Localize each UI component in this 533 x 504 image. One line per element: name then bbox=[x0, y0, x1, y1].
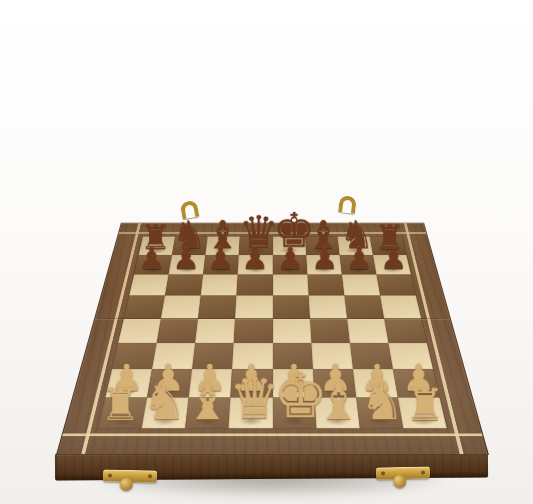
white-knight[interactable]: ♞ bbox=[142, 377, 185, 427]
square-g5[interactable] bbox=[344, 296, 384, 319]
square-d5[interactable] bbox=[235, 296, 272, 319]
white-bishop[interactable]: ♝ bbox=[316, 377, 359, 427]
black-pawn[interactable]: ♟ bbox=[273, 243, 308, 274]
square-a6[interactable] bbox=[129, 275, 169, 296]
square-g6[interactable] bbox=[342, 275, 380, 296]
black-pawn[interactable]: ♟ bbox=[203, 243, 238, 274]
square-b6[interactable] bbox=[165, 275, 203, 296]
black-pawn[interactable]: ♟ bbox=[169, 243, 204, 274]
square-b5[interactable] bbox=[161, 296, 201, 319]
black-pawn[interactable]: ♟ bbox=[376, 243, 411, 274]
black-pawn[interactable]: ♟ bbox=[342, 243, 377, 274]
square-d4[interactable] bbox=[234, 318, 273, 342]
square-f6[interactable] bbox=[307, 275, 344, 296]
board-frame: ♜♞♝♛♚♝♞♜♟♟♟♟♟♟♟♟♟♟♟♟♟♟♟♟♜♞♝♛♚♝♞♜ bbox=[56, 223, 489, 455]
brass-latch-left-icon bbox=[103, 470, 157, 483]
square-b4[interactable] bbox=[157, 318, 198, 342]
black-pawn[interactable]: ♟ bbox=[134, 243, 169, 274]
inlay-stripe-bottom bbox=[62, 433, 483, 436]
square-e4[interactable] bbox=[273, 318, 312, 342]
brass-latch-hook-right-icon bbox=[338, 195, 357, 214]
square-g7[interactable]: ♟ bbox=[339, 255, 376, 275]
square-d7[interactable]: ♟ bbox=[238, 255, 273, 275]
board-squares: ♜♞♝♛♚♝♞♜♟♟♟♟♟♟♟♟♟♟♟♟♟♟♟♟♜♞♝♛♚♝♞♜ bbox=[97, 236, 448, 429]
square-b7[interactable]: ♟ bbox=[169, 255, 206, 275]
fold-seam bbox=[95, 318, 450, 319]
square-f1[interactable]: ♝ bbox=[314, 397, 359, 428]
square-c6[interactable] bbox=[201, 275, 238, 296]
square-f7[interactable]: ♟ bbox=[306, 255, 342, 275]
black-pawn[interactable]: ♟ bbox=[238, 243, 273, 274]
square-h7[interactable]: ♟ bbox=[373, 255, 411, 275]
square-e5[interactable] bbox=[273, 296, 310, 319]
white-rook[interactable]: ♜ bbox=[403, 383, 446, 427]
square-f4[interactable] bbox=[310, 318, 350, 342]
white-bishop[interactable]: ♝ bbox=[186, 377, 229, 427]
square-g1[interactable]: ♞ bbox=[356, 397, 403, 428]
square-a7[interactable]: ♟ bbox=[134, 255, 172, 275]
brass-latch-right-icon bbox=[376, 466, 430, 479]
square-a1[interactable]: ♜ bbox=[98, 397, 147, 428]
photo-scene: ♜♞♝♛♚♝♞♜♟♟♟♟♟♟♟♟♟♟♟♟♟♟♟♟♜♞♝♛♚♝♞♜ bbox=[0, 0, 533, 504]
square-d6[interactable] bbox=[237, 275, 273, 296]
white-king[interactable]: ♚ bbox=[273, 365, 316, 427]
chess-board: ♜♞♝♛♚♝♞♜♟♟♟♟♟♟♟♟♟♟♟♟♟♟♟♟♜♞♝♛♚♝♞♜ bbox=[56, 223, 489, 455]
square-a5[interactable] bbox=[124, 296, 165, 319]
square-h4[interactable] bbox=[384, 318, 427, 342]
square-e6[interactable] bbox=[273, 275, 309, 296]
square-c4[interactable] bbox=[195, 318, 235, 342]
black-pawn[interactable]: ♟ bbox=[307, 243, 342, 274]
white-rook[interactable]: ♜ bbox=[99, 383, 142, 427]
white-queen[interactable]: ♛ bbox=[229, 369, 272, 427]
square-e1[interactable]: ♚ bbox=[273, 397, 317, 428]
square-d1[interactable]: ♛ bbox=[229, 397, 273, 428]
square-h1[interactable]: ♜ bbox=[398, 397, 447, 428]
square-h5[interactable] bbox=[380, 296, 421, 319]
square-a4[interactable] bbox=[118, 318, 161, 342]
square-b1[interactable]: ♞ bbox=[142, 397, 189, 428]
white-knight[interactable]: ♞ bbox=[359, 377, 402, 427]
square-c1[interactable]: ♝ bbox=[185, 397, 230, 428]
square-g4[interactable] bbox=[347, 318, 388, 342]
square-c5[interactable] bbox=[198, 296, 236, 319]
square-e7[interactable]: ♟ bbox=[273, 255, 308, 275]
square-f5[interactable] bbox=[308, 296, 346, 319]
square-h6[interactable] bbox=[376, 275, 416, 296]
square-c7[interactable]: ♟ bbox=[203, 255, 239, 275]
